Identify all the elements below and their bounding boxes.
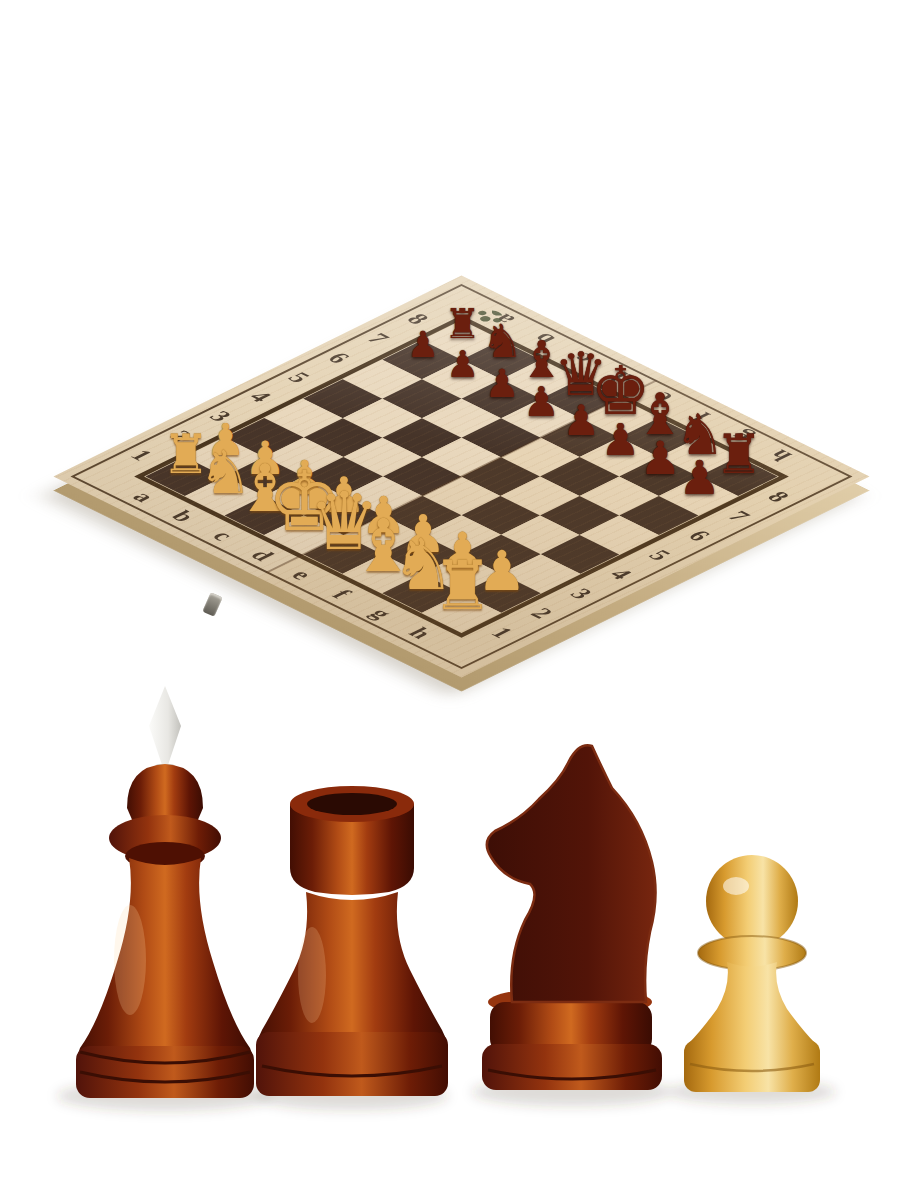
rook-cup-hollow xyxy=(307,793,397,815)
closeup-knight xyxy=(482,745,662,1090)
product-photo-scene: aa11bb22cc33dd44ee55ff66gg77hh88 ♜♞♝♛♚♝♞… xyxy=(0,0,900,1200)
closeup-king xyxy=(76,686,254,1098)
closeup-pieces xyxy=(0,640,900,1200)
king-spike-finial xyxy=(149,686,181,774)
chess-board: aa11bb22cc33dd44ee55ff66gg77hh88 xyxy=(53,276,869,678)
closeup-pawn xyxy=(684,855,820,1092)
knight-head-silhouette xyxy=(487,745,656,1002)
fold-clasp-icon xyxy=(202,592,222,616)
closeup-rook xyxy=(256,786,448,1096)
